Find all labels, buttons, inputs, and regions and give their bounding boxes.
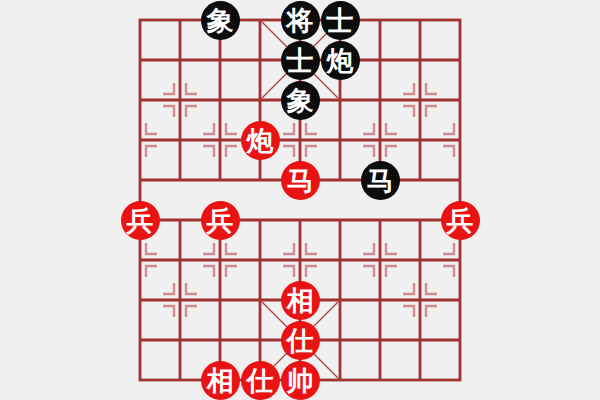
piece-black-advisor[interactable]: 士 xyxy=(321,1,360,40)
piece-red-cannon[interactable]: 炮 xyxy=(241,121,280,160)
piece-black-elephant[interactable]: 象 xyxy=(201,1,240,40)
piece-red-general[interactable]: 帅 xyxy=(281,361,320,400)
piece-red-soldier[interactable]: 兵 xyxy=(201,201,240,240)
piece-red-soldier[interactable]: 兵 xyxy=(121,201,160,240)
piece-red-elephant[interactable]: 相 xyxy=(201,361,240,400)
piece-black-horse[interactable]: 马 xyxy=(361,161,400,200)
piece-black-general[interactable]: 将 xyxy=(281,1,320,40)
pieces-layer: 象将士士炮象炮马马兵兵兵相仕相仕帅 xyxy=(120,0,480,400)
xiangqi-board: 象将士士炮象炮马马兵兵兵相仕相仕帅 xyxy=(0,0,600,400)
piece-black-cannon[interactable]: 炮 xyxy=(321,41,360,80)
piece-red-soldier[interactable]: 兵 xyxy=(441,201,480,240)
piece-red-advisor[interactable]: 仕 xyxy=(241,361,280,400)
piece-black-elephant[interactable]: 象 xyxy=(281,81,320,120)
piece-black-advisor[interactable]: 士 xyxy=(281,41,320,80)
piece-red-horse[interactable]: 马 xyxy=(281,161,320,200)
piece-red-advisor[interactable]: 仕 xyxy=(281,321,320,360)
piece-red-elephant[interactable]: 相 xyxy=(281,281,320,320)
